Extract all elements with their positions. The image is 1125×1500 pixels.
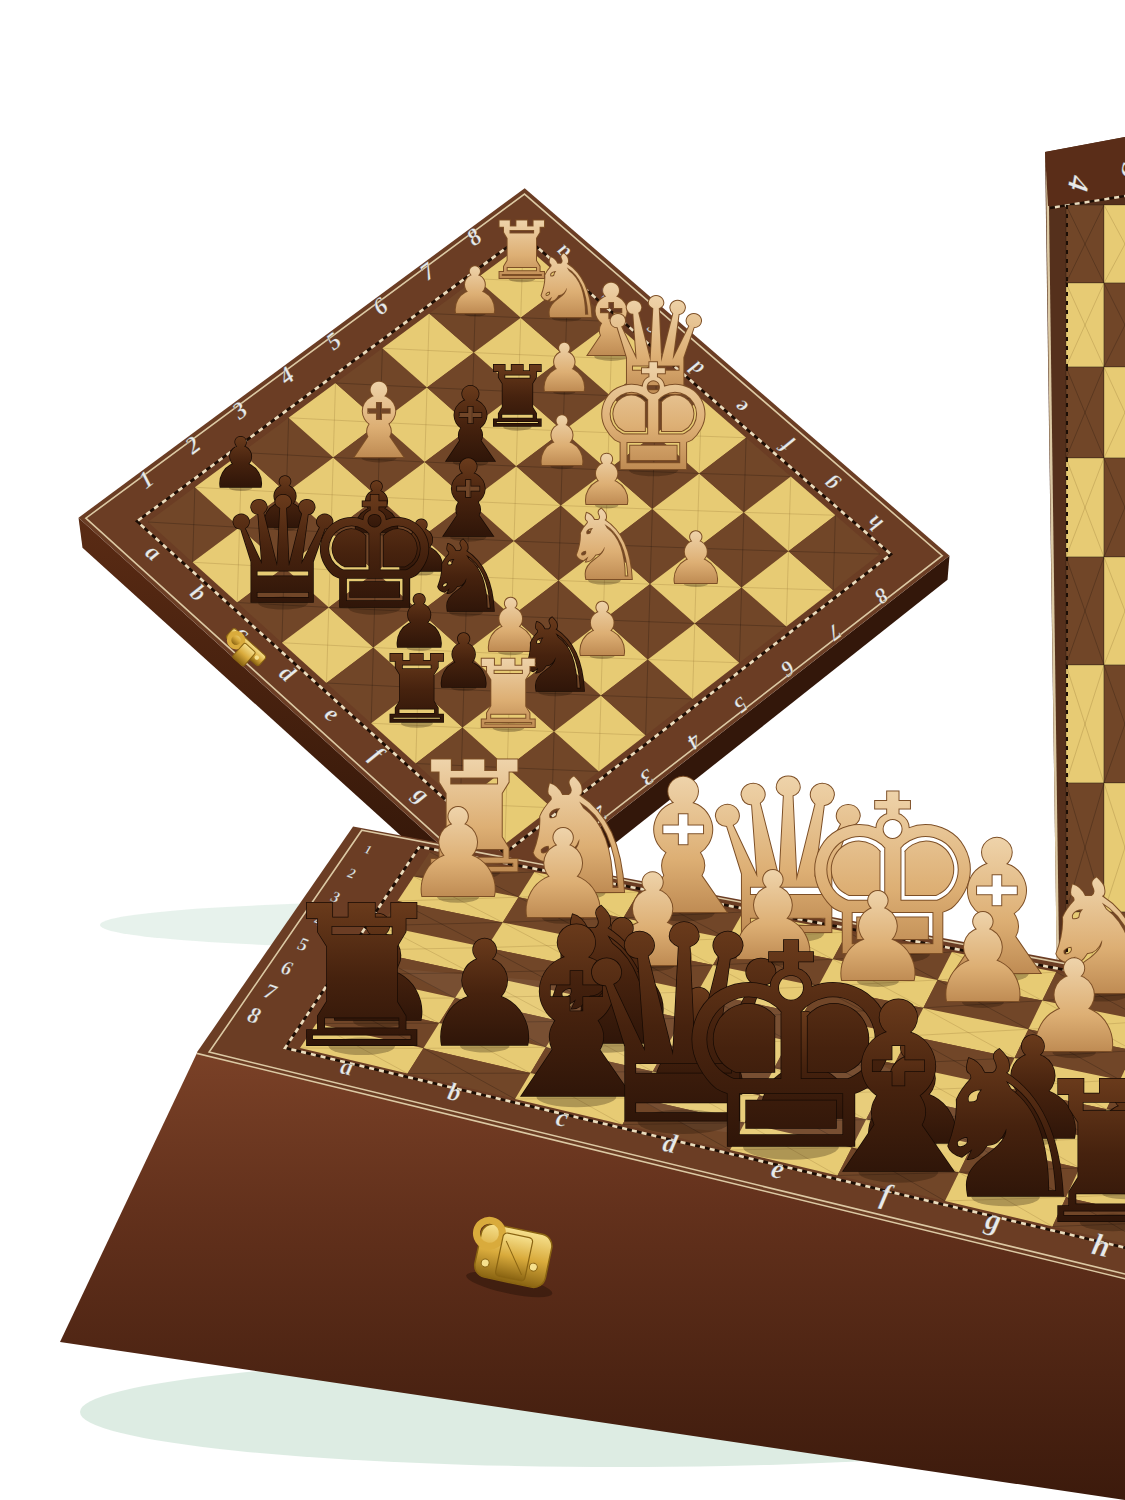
strip-square <box>1104 367 1125 458</box>
strip-square <box>1104 283 1125 367</box>
board-bottom-lowangle: a1b2c3d4e5f6g7h8♜♞♟♝♟♛♚♟♟♝♟♞♟♜♟♟♞♟♟♜♟♟♝♟… <box>60 729 1125 1500</box>
top-piece-white-pawn-g6: ♟ <box>664 517 728 600</box>
top-piece-white-pawn-a7: ♟ <box>446 254 503 328</box>
strip-square <box>1104 458 1125 557</box>
top-piece-white-bishop-b4: ♝ <box>333 361 425 481</box>
top-piece-black-rook-f1: ♜ <box>375 635 459 744</box>
strip-square <box>1104 205 1125 283</box>
bottom-piece-black-rook-a8: ♜ <box>274 864 449 1091</box>
strip-square <box>1104 557 1125 665</box>
strip-top-band <box>1045 137 1125 206</box>
chess-set-scene: 4 3 a1a1b2b2c3c3d4d4e5e5f6f6g7g7h8h8♜♟♞♝… <box>0 0 1125 1500</box>
strip-square <box>1104 665 1125 783</box>
bottom-piece-black-rook-h8: ♜ <box>1025 1040 1125 1267</box>
product-photo: 4 3 a1a1b2b2c3c3d4d4e5e5f6f6g7g7h8h8♜♟♞♝… <box>0 0 1125 1500</box>
top-piece-white-knight-f5: ♞ <box>561 490 647 602</box>
